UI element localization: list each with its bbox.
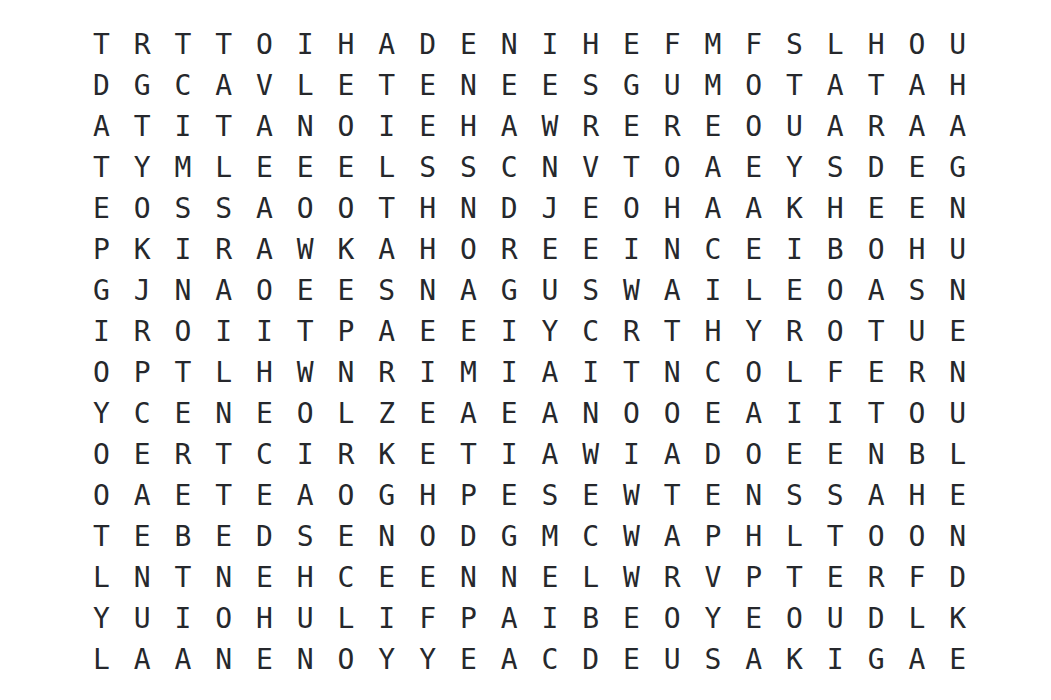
- grid-cell[interactable]: L: [815, 24, 856, 65]
- grid-cell[interactable]: E: [407, 106, 448, 147]
- grid-cell[interactable]: A: [122, 475, 163, 516]
- grid-cell[interactable]: C: [570, 516, 611, 557]
- grid-cell[interactable]: E: [570, 229, 611, 270]
- grid-cell[interactable]: Y: [530, 311, 571, 352]
- grid-cell[interactable]: I: [530, 598, 571, 639]
- grid-cell[interactable]: I: [81, 311, 122, 352]
- grid-cell[interactable]: M: [530, 516, 571, 557]
- grid-cell[interactable]: E: [407, 434, 448, 475]
- grid-cell[interactable]: O: [896, 516, 937, 557]
- grid-cell[interactable]: E: [122, 516, 163, 557]
- grid-cell[interactable]: D: [244, 516, 285, 557]
- grid-cell[interactable]: Y: [81, 393, 122, 434]
- grid-cell[interactable]: I: [285, 434, 326, 475]
- grid-cell[interactable]: N: [570, 393, 611, 434]
- grid-cell[interactable]: G: [489, 270, 530, 311]
- grid-cell[interactable]: L: [366, 147, 407, 188]
- grid-cell[interactable]: F: [733, 24, 774, 65]
- grid-cell[interactable]: E: [285, 147, 326, 188]
- grid-cell[interactable]: A: [937, 106, 978, 147]
- grid-cell[interactable]: N: [937, 188, 978, 229]
- grid-cell[interactable]: R: [203, 229, 244, 270]
- grid-cell[interactable]: U: [896, 311, 937, 352]
- grid-cell[interactable]: U: [652, 639, 693, 680]
- grid-cell[interactable]: I: [366, 106, 407, 147]
- grid-cell[interactable]: A: [733, 188, 774, 229]
- grid-cell[interactable]: I: [489, 434, 530, 475]
- grid-cell[interactable]: E: [530, 557, 571, 598]
- grid-cell[interactable]: N: [163, 270, 204, 311]
- grid-cell[interactable]: W: [570, 434, 611, 475]
- grid-cell[interactable]: D: [693, 434, 734, 475]
- grid-cell[interactable]: I: [815, 393, 856, 434]
- grid-cell[interactable]: C: [693, 352, 734, 393]
- grid-cell[interactable]: R: [122, 24, 163, 65]
- grid-cell[interactable]: Y: [693, 598, 734, 639]
- grid-cell[interactable]: T: [652, 311, 693, 352]
- grid-cell[interactable]: G: [122, 65, 163, 106]
- grid-cell[interactable]: R: [122, 311, 163, 352]
- grid-cell[interactable]: S: [448, 147, 489, 188]
- grid-cell[interactable]: U: [530, 270, 571, 311]
- grid-cell[interactable]: R: [652, 106, 693, 147]
- grid-cell[interactable]: O: [407, 516, 448, 557]
- grid-cell[interactable]: O: [611, 188, 652, 229]
- grid-cell[interactable]: G: [366, 475, 407, 516]
- grid-cell[interactable]: T: [774, 557, 815, 598]
- grid-cell[interactable]: T: [774, 65, 815, 106]
- grid-cell[interactable]: H: [896, 475, 937, 516]
- grid-cell[interactable]: A: [652, 434, 693, 475]
- grid-cell[interactable]: S: [896, 270, 937, 311]
- grid-cell[interactable]: A: [244, 188, 285, 229]
- grid-cell[interactable]: G: [856, 639, 897, 680]
- grid-cell[interactable]: A: [733, 639, 774, 680]
- grid-cell[interactable]: S: [774, 24, 815, 65]
- grid-cell[interactable]: E: [285, 270, 326, 311]
- grid-cell[interactable]: Y: [122, 147, 163, 188]
- grid-cell[interactable]: D: [570, 639, 611, 680]
- grid-cell[interactable]: A: [285, 475, 326, 516]
- grid-cell[interactable]: E: [856, 352, 897, 393]
- grid-cell[interactable]: O: [815, 311, 856, 352]
- grid-cell[interactable]: E: [203, 516, 244, 557]
- grid-cell[interactable]: O: [733, 106, 774, 147]
- grid-cell[interactable]: I: [774, 229, 815, 270]
- grid-cell[interactable]: C: [570, 311, 611, 352]
- grid-cell[interactable]: N: [448, 188, 489, 229]
- grid-cell[interactable]: A: [693, 147, 734, 188]
- grid-cell[interactable]: F: [896, 557, 937, 598]
- grid-cell[interactable]: E: [856, 188, 897, 229]
- grid-cell[interactable]: S: [570, 65, 611, 106]
- grid-cell[interactable]: U: [937, 393, 978, 434]
- grid-cell[interactable]: E: [611, 106, 652, 147]
- grid-cell[interactable]: A: [244, 106, 285, 147]
- grid-cell[interactable]: E: [489, 65, 530, 106]
- grid-cell[interactable]: O: [122, 188, 163, 229]
- grid-cell[interactable]: N: [448, 557, 489, 598]
- grid-cell[interactable]: T: [366, 188, 407, 229]
- grid-cell[interactable]: A: [530, 352, 571, 393]
- grid-cell[interactable]: W: [611, 557, 652, 598]
- grid-cell[interactable]: H: [652, 188, 693, 229]
- grid-cell[interactable]: P: [326, 311, 367, 352]
- grid-cell[interactable]: E: [693, 475, 734, 516]
- grid-cell[interactable]: O: [896, 24, 937, 65]
- grid-cell[interactable]: H: [856, 24, 897, 65]
- grid-cell[interactable]: E: [896, 188, 937, 229]
- grid-cell[interactable]: D: [937, 557, 978, 598]
- grid-cell[interactable]: O: [285, 393, 326, 434]
- grid-cell[interactable]: G: [81, 270, 122, 311]
- grid-cell[interactable]: L: [570, 557, 611, 598]
- grid-cell[interactable]: N: [856, 434, 897, 475]
- grid-cell[interactable]: E: [774, 270, 815, 311]
- grid-cell[interactable]: W: [530, 106, 571, 147]
- grid-cell[interactable]: T: [122, 106, 163, 147]
- grid-cell[interactable]: I: [366, 598, 407, 639]
- grid-cell[interactable]: W: [611, 475, 652, 516]
- grid-cell[interactable]: E: [733, 598, 774, 639]
- grid-cell[interactable]: C: [244, 434, 285, 475]
- grid-cell[interactable]: A: [733, 393, 774, 434]
- grid-cell[interactable]: F: [407, 598, 448, 639]
- grid-cell[interactable]: E: [733, 147, 774, 188]
- grid-cell[interactable]: L: [896, 598, 937, 639]
- grid-cell[interactable]: A: [652, 270, 693, 311]
- grid-cell[interactable]: R: [366, 352, 407, 393]
- grid-cell[interactable]: T: [856, 311, 897, 352]
- grid-cell[interactable]: Y: [407, 639, 448, 680]
- grid-cell[interactable]: T: [163, 24, 204, 65]
- grid-cell[interactable]: I: [530, 24, 571, 65]
- grid-cell[interactable]: H: [896, 229, 937, 270]
- grid-cell[interactable]: I: [163, 229, 204, 270]
- grid-cell[interactable]: S: [815, 475, 856, 516]
- grid-cell[interactable]: T: [815, 516, 856, 557]
- grid-cell[interactable]: O: [244, 24, 285, 65]
- grid-cell[interactable]: B: [570, 598, 611, 639]
- grid-cell[interactable]: S: [407, 147, 448, 188]
- grid-cell[interactable]: O: [81, 434, 122, 475]
- grid-cell[interactable]: G: [611, 65, 652, 106]
- grid-cell[interactable]: E: [244, 639, 285, 680]
- grid-cell[interactable]: L: [937, 434, 978, 475]
- grid-cell[interactable]: S: [693, 639, 734, 680]
- grid-cell[interactable]: E: [693, 106, 734, 147]
- grid-cell[interactable]: W: [285, 229, 326, 270]
- grid-cell[interactable]: I: [611, 434, 652, 475]
- grid-cell[interactable]: D: [407, 24, 448, 65]
- grid-cell[interactable]: A: [489, 106, 530, 147]
- grid-cell[interactable]: E: [570, 475, 611, 516]
- grid-cell[interactable]: V: [693, 557, 734, 598]
- grid-cell[interactable]: D: [856, 598, 897, 639]
- grid-cell[interactable]: O: [326, 188, 367, 229]
- grid-cell[interactable]: S: [530, 475, 571, 516]
- grid-cell[interactable]: O: [244, 270, 285, 311]
- grid-cell[interactable]: D: [856, 147, 897, 188]
- grid-cell[interactable]: R: [163, 434, 204, 475]
- grid-cell[interactable]: T: [163, 557, 204, 598]
- grid-cell[interactable]: C: [489, 147, 530, 188]
- grid-cell[interactable]: N: [203, 557, 244, 598]
- grid-cell[interactable]: T: [611, 147, 652, 188]
- grid-cell[interactable]: Y: [774, 147, 815, 188]
- grid-cell[interactable]: V: [244, 65, 285, 106]
- grid-cell[interactable]: L: [326, 393, 367, 434]
- grid-cell[interactable]: I: [611, 229, 652, 270]
- grid-cell[interactable]: E: [611, 598, 652, 639]
- grid-cell[interactable]: A: [366, 311, 407, 352]
- grid-cell[interactable]: C: [326, 557, 367, 598]
- grid-cell[interactable]: E: [489, 393, 530, 434]
- grid-cell[interactable]: K: [774, 188, 815, 229]
- grid-cell[interactable]: L: [774, 352, 815, 393]
- grid-cell[interactable]: A: [81, 106, 122, 147]
- grid-cell[interactable]: O: [326, 106, 367, 147]
- grid-cell[interactable]: S: [163, 188, 204, 229]
- grid-cell[interactable]: U: [652, 65, 693, 106]
- grid-cell[interactable]: A: [896, 65, 937, 106]
- grid-cell[interactable]: H: [693, 311, 734, 352]
- grid-cell[interactable]: I: [570, 352, 611, 393]
- grid-cell[interactable]: S: [203, 188, 244, 229]
- grid-cell[interactable]: H: [407, 475, 448, 516]
- grid-cell[interactable]: E: [163, 475, 204, 516]
- grid-cell[interactable]: E: [81, 188, 122, 229]
- grid-cell[interactable]: Y: [366, 639, 407, 680]
- grid-cell[interactable]: H: [570, 24, 611, 65]
- grid-cell[interactable]: H: [407, 229, 448, 270]
- grid-cell[interactable]: O: [733, 352, 774, 393]
- grid-cell[interactable]: E: [122, 434, 163, 475]
- grid-cell[interactable]: T: [856, 393, 897, 434]
- grid-cell[interactable]: O: [203, 598, 244, 639]
- grid-cell[interactable]: T: [366, 65, 407, 106]
- grid-cell[interactable]: T: [81, 24, 122, 65]
- grid-cell[interactable]: N: [122, 557, 163, 598]
- grid-cell[interactable]: H: [244, 598, 285, 639]
- grid-cell[interactable]: E: [530, 65, 571, 106]
- grid-cell[interactable]: H: [285, 557, 326, 598]
- grid-cell[interactable]: N: [407, 270, 448, 311]
- grid-cell[interactable]: L: [774, 516, 815, 557]
- grid-cell[interactable]: N: [326, 352, 367, 393]
- grid-cell[interactable]: H: [326, 24, 367, 65]
- grid-cell[interactable]: I: [407, 352, 448, 393]
- grid-cell[interactable]: E: [774, 434, 815, 475]
- grid-cell[interactable]: W: [611, 516, 652, 557]
- grid-cell[interactable]: R: [652, 557, 693, 598]
- grid-cell[interactable]: E: [611, 639, 652, 680]
- grid-cell[interactable]: P: [122, 352, 163, 393]
- grid-cell[interactable]: L: [733, 270, 774, 311]
- grid-cell[interactable]: E: [407, 557, 448, 598]
- grid-cell[interactable]: O: [652, 147, 693, 188]
- grid-cell[interactable]: K: [937, 598, 978, 639]
- grid-cell[interactable]: E: [244, 393, 285, 434]
- grid-cell[interactable]: W: [611, 270, 652, 311]
- grid-cell[interactable]: H: [407, 188, 448, 229]
- grid-cell[interactable]: I: [163, 106, 204, 147]
- grid-cell[interactable]: L: [81, 557, 122, 598]
- grid-cell[interactable]: E: [244, 147, 285, 188]
- grid-cell[interactable]: K: [774, 639, 815, 680]
- grid-cell[interactable]: B: [815, 229, 856, 270]
- grid-cell[interactable]: B: [896, 434, 937, 475]
- grid-cell[interactable]: I: [693, 270, 734, 311]
- grid-cell[interactable]: O: [448, 229, 489, 270]
- grid-cell[interactable]: V: [570, 147, 611, 188]
- grid-cell[interactable]: E: [693, 393, 734, 434]
- grid-cell[interactable]: L: [285, 65, 326, 106]
- grid-cell[interactable]: E: [326, 147, 367, 188]
- grid-cell[interactable]: C: [530, 639, 571, 680]
- grid-cell[interactable]: N: [937, 516, 978, 557]
- grid-cell[interactable]: D: [489, 188, 530, 229]
- grid-cell[interactable]: T: [611, 352, 652, 393]
- grid-cell[interactable]: A: [203, 65, 244, 106]
- grid-cell[interactable]: A: [122, 639, 163, 680]
- grid-cell[interactable]: L: [203, 352, 244, 393]
- grid-cell[interactable]: B: [163, 516, 204, 557]
- grid-cell[interactable]: F: [652, 24, 693, 65]
- grid-cell[interactable]: T: [203, 24, 244, 65]
- grid-cell[interactable]: I: [244, 311, 285, 352]
- grid-cell[interactable]: P: [81, 229, 122, 270]
- grid-cell[interactable]: E: [326, 516, 367, 557]
- grid-cell[interactable]: E: [896, 147, 937, 188]
- grid-cell[interactable]: I: [774, 393, 815, 434]
- grid-cell[interactable]: A: [693, 188, 734, 229]
- grid-cell[interactable]: M: [163, 147, 204, 188]
- grid-cell[interactable]: N: [652, 352, 693, 393]
- grid-cell[interactable]: E: [937, 311, 978, 352]
- grid-cell[interactable]: T: [203, 475, 244, 516]
- grid-cell[interactable]: C: [122, 393, 163, 434]
- grid-cell[interactable]: A: [489, 598, 530, 639]
- grid-cell[interactable]: N: [652, 229, 693, 270]
- grid-cell[interactable]: E: [326, 270, 367, 311]
- grid-cell[interactable]: O: [163, 311, 204, 352]
- grid-cell[interactable]: P: [733, 557, 774, 598]
- grid-cell[interactable]: T: [285, 311, 326, 352]
- grid-cell[interactable]: U: [937, 24, 978, 65]
- grid-cell[interactable]: A: [366, 24, 407, 65]
- grid-cell[interactable]: U: [285, 598, 326, 639]
- grid-cell[interactable]: E: [611, 24, 652, 65]
- grid-cell[interactable]: R: [570, 106, 611, 147]
- grid-cell[interactable]: O: [856, 516, 897, 557]
- grid-cell[interactable]: A: [203, 270, 244, 311]
- grid-cell[interactable]: I: [163, 598, 204, 639]
- grid-cell[interactable]: U: [122, 598, 163, 639]
- grid-cell[interactable]: A: [448, 393, 489, 434]
- grid-cell[interactable]: N: [366, 516, 407, 557]
- grid-cell[interactable]: R: [774, 311, 815, 352]
- grid-cell[interactable]: O: [326, 639, 367, 680]
- grid-cell[interactable]: N: [489, 557, 530, 598]
- grid-cell[interactable]: I: [489, 311, 530, 352]
- grid-cell[interactable]: E: [570, 188, 611, 229]
- grid-cell[interactable]: L: [326, 598, 367, 639]
- grid-cell[interactable]: D: [81, 65, 122, 106]
- grid-cell[interactable]: A: [896, 106, 937, 147]
- grid-cell[interactable]: A: [896, 639, 937, 680]
- grid-cell[interactable]: O: [815, 270, 856, 311]
- grid-cell[interactable]: E: [407, 65, 448, 106]
- grid-cell[interactable]: Y: [733, 311, 774, 352]
- grid-cell[interactable]: S: [774, 475, 815, 516]
- grid-cell[interactable]: A: [856, 270, 897, 311]
- grid-cell[interactable]: K: [122, 229, 163, 270]
- grid-cell[interactable]: S: [815, 147, 856, 188]
- grid-cell[interactable]: N: [530, 147, 571, 188]
- grid-cell[interactable]: N: [285, 639, 326, 680]
- grid-cell[interactable]: I: [285, 24, 326, 65]
- grid-cell[interactable]: E: [937, 639, 978, 680]
- grid-cell[interactable]: H: [937, 65, 978, 106]
- grid-cell[interactable]: R: [489, 229, 530, 270]
- grid-cell[interactable]: A: [815, 65, 856, 106]
- grid-cell[interactable]: A: [163, 639, 204, 680]
- grid-cell[interactable]: S: [285, 516, 326, 557]
- grid-cell[interactable]: O: [611, 393, 652, 434]
- grid-cell[interactable]: E: [489, 475, 530, 516]
- grid-cell[interactable]: T: [203, 106, 244, 147]
- grid-cell[interactable]: E: [244, 475, 285, 516]
- grid-cell[interactable]: R: [856, 557, 897, 598]
- grid-cell[interactable]: O: [733, 434, 774, 475]
- grid-cell[interactable]: O: [285, 188, 326, 229]
- grid-cell[interactable]: A: [652, 516, 693, 557]
- grid-cell[interactable]: N: [937, 270, 978, 311]
- grid-cell[interactable]: U: [815, 598, 856, 639]
- grid-cell[interactable]: E: [448, 311, 489, 352]
- grid-cell[interactable]: T: [856, 65, 897, 106]
- grid-cell[interactable]: E: [530, 229, 571, 270]
- grid-cell[interactable]: J: [530, 188, 571, 229]
- grid-cell[interactable]: H: [815, 188, 856, 229]
- grid-cell[interactable]: N: [937, 352, 978, 393]
- grid-cell[interactable]: A: [815, 106, 856, 147]
- grid-cell[interactable]: U: [937, 229, 978, 270]
- grid-cell[interactable]: A: [856, 475, 897, 516]
- grid-cell[interactable]: R: [611, 311, 652, 352]
- grid-cell[interactable]: M: [448, 352, 489, 393]
- grid-cell[interactable]: T: [81, 147, 122, 188]
- grid-cell[interactable]: E: [407, 393, 448, 434]
- grid-cell[interactable]: N: [733, 475, 774, 516]
- grid-cell[interactable]: S: [366, 270, 407, 311]
- grid-cell[interactable]: C: [693, 229, 734, 270]
- grid-cell[interactable]: E: [937, 475, 978, 516]
- grid-cell[interactable]: P: [693, 516, 734, 557]
- grid-cell[interactable]: L: [203, 147, 244, 188]
- grid-cell[interactable]: G: [937, 147, 978, 188]
- grid-cell[interactable]: N: [203, 393, 244, 434]
- grid-cell[interactable]: T: [448, 434, 489, 475]
- grid-cell[interactable]: H: [448, 106, 489, 147]
- grid-cell[interactable]: C: [163, 65, 204, 106]
- grid-cell[interactable]: L: [81, 639, 122, 680]
- grid-cell[interactable]: H: [733, 516, 774, 557]
- grid-cell[interactable]: E: [448, 639, 489, 680]
- grid-cell[interactable]: J: [122, 270, 163, 311]
- grid-cell[interactable]: T: [163, 352, 204, 393]
